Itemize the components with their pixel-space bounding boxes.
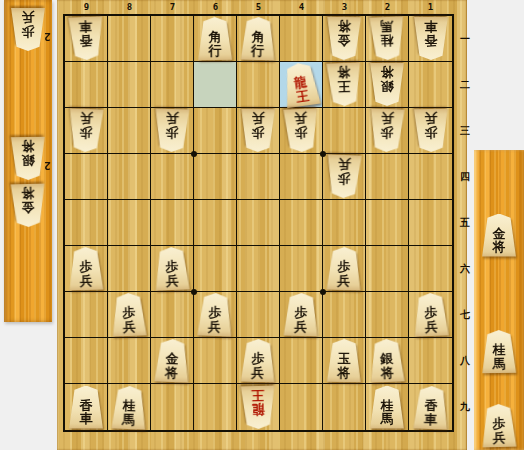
- board-cell-9-2[interactable]: [65, 62, 108, 108]
- piece-s[interactable]: 銀将: [369, 63, 405, 106]
- piece-face: 金将: [481, 214, 517, 257]
- file-label-6: 6: [194, 1, 237, 13]
- piece-kanji: 香: [79, 33, 92, 47]
- board-cell-7-5[interactable]: [151, 200, 194, 246]
- piece-P[interactable]: 歩兵: [282, 293, 319, 337]
- piece-kanji: 銀: [381, 80, 394, 94]
- piece-kanji: 金: [165, 352, 178, 366]
- piece-face: 香車: [412, 385, 450, 429]
- piece-kanji: 将: [381, 66, 394, 80]
- board-cell-3-2[interactable]: 王将: [323, 62, 366, 108]
- piece-P[interactable]: 歩兵: [412, 292, 450, 336]
- piece-kanji: 歩: [79, 125, 92, 139]
- board-cell-1-8[interactable]: [409, 338, 452, 384]
- rank-label-2: 二: [458, 62, 472, 108]
- piece-g[interactable]: 金将: [9, 183, 46, 227]
- board-cell-7-7[interactable]: [151, 292, 194, 338]
- rank-label-7: 七: [458, 292, 472, 338]
- piece-face: 歩兵: [110, 292, 148, 336]
- piece-kanji: 馬: [122, 412, 135, 426]
- board-cell-3-1[interactable]: 金将: [323, 16, 366, 62]
- piece-face: 歩兵: [368, 108, 406, 152]
- board-cell-7-4[interactable]: [151, 154, 194, 200]
- piece-p[interactable]: 歩兵: [368, 108, 406, 152]
- piece-face: 桂馬: [110, 385, 148, 429]
- piece-kanji: 兵: [80, 273, 93, 287]
- board-cell-7-8[interactable]: 金将: [151, 338, 194, 384]
- board-cell-9-3[interactable]: 歩兵: [65, 108, 108, 154]
- piece-face: 歩兵: [10, 8, 46, 51]
- board-cell-9-7[interactable]: [65, 292, 108, 338]
- piece-face: 玉将: [326, 339, 363, 382]
- board-cell-4-2[interactable]: 龍王: [280, 62, 323, 108]
- board-cell-1-3[interactable]: 歩兵: [409, 108, 452, 154]
- file-label-3: 3: [323, 1, 366, 13]
- board-cell-6-9[interactable]: [194, 384, 237, 430]
- piece-kanji: 歩: [337, 260, 350, 274]
- piece-kanji: 歩: [122, 306, 135, 320]
- piece-kanji: 王: [251, 388, 264, 402]
- board-cell-4-4[interactable]: [280, 154, 323, 200]
- hand-piece-P[interactable]: 歩兵: [474, 402, 524, 448]
- piece-kanji: 金: [21, 200, 34, 214]
- board-cell-3-4[interactable]: 歩兵: [323, 154, 366, 200]
- board-cell-6-6[interactable]: [194, 246, 237, 292]
- piece-kanji: 兵: [424, 112, 437, 126]
- board-cell-6-1[interactable]: 角行: [194, 16, 237, 62]
- board-cell-7-3[interactable]: 歩兵: [151, 108, 194, 154]
- board-cell-5-1[interactable]: 角行: [237, 16, 280, 62]
- piece-kanji: 兵: [80, 112, 93, 126]
- piece-B[interactable]: 角行: [197, 17, 234, 60]
- piece-face: 龍王: [239, 385, 276, 429]
- piece-kanji: 歩: [424, 125, 437, 139]
- piece-kanji: 歩: [251, 125, 264, 139]
- piece-p[interactable]: 歩兵: [10, 8, 46, 51]
- piece-kanji: 兵: [166, 112, 179, 126]
- piece-+R[interactable]: 龍王: [280, 61, 322, 109]
- piece-G[interactable]: 金将: [481, 214, 517, 257]
- board-cell-7-9[interactable]: [151, 384, 194, 430]
- piece-face: 歩兵: [67, 108, 105, 152]
- board-cell-8-4[interactable]: [108, 154, 151, 200]
- board-cell-1-6[interactable]: [409, 246, 452, 292]
- board-cell-2-4[interactable]: [366, 154, 409, 200]
- board-cell-2-2[interactable]: 銀将: [366, 62, 409, 108]
- board-cell-9-5[interactable]: [65, 200, 108, 246]
- board-cell-6-5[interactable]: [194, 200, 237, 246]
- board-cell-3-9[interactable]: [323, 384, 366, 430]
- piece-face: 歩兵: [239, 339, 276, 383]
- piece-N[interactable]: 桂馬: [110, 385, 148, 429]
- piece-kanji: 歩: [294, 125, 307, 139]
- board-cell-5-6[interactable]: [237, 246, 280, 292]
- board-cell-4-6[interactable]: [280, 246, 323, 292]
- board-cell-7-6[interactable]: 歩兵: [151, 246, 194, 292]
- piece-face: 銀将: [10, 136, 47, 179]
- piece-kanji: 兵: [381, 112, 394, 126]
- board-cell-6-2[interactable]: [194, 62, 237, 108]
- piece-kanji: 銀: [380, 352, 393, 366]
- board-cell-4-3[interactable]: 歩兵: [280, 108, 323, 154]
- board-cell-4-8[interactable]: [280, 338, 323, 384]
- hoshi-dot: [320, 289, 326, 295]
- rank-label-4: 四: [458, 154, 472, 200]
- board-cell-2-7[interactable]: [366, 292, 409, 338]
- piece-kanji: 桂: [492, 342, 505, 356]
- piece-kanji: 車: [424, 20, 437, 34]
- board-cell-1-9[interactable]: 香車: [409, 384, 452, 430]
- board-cell-3-5[interactable]: [323, 200, 366, 246]
- board-cell-8-6[interactable]: [108, 246, 151, 292]
- hand-piece-s[interactable]: 銀将2: [4, 135, 52, 181]
- board-cell-2-6[interactable]: [366, 246, 409, 292]
- piece-kanji: 桂: [381, 399, 394, 413]
- piece-k[interactable]: 王将: [325, 62, 363, 106]
- board-cell-6-3[interactable]: [194, 108, 237, 154]
- file-label-9: 9: [65, 1, 108, 13]
- shogi-board-panel: 987654321 一二三四五六七八九 香車角行角行金将桂馬香車龍王王将銀将歩兵…: [57, 0, 467, 450]
- piece-K[interactable]: 玉将: [326, 339, 363, 382]
- piece-kanji: 歩: [165, 125, 178, 139]
- rank-label-8: 八: [458, 338, 472, 384]
- piece-face: 金将: [153, 338, 191, 382]
- piece-L[interactable]: 香車: [68, 386, 104, 429]
- piece-face: 銀将: [368, 338, 406, 382]
- board-cell-4-1[interactable]: [280, 16, 323, 62]
- piece-kanji: 将: [337, 66, 350, 80]
- piece-kanji: 将: [338, 20, 351, 34]
- board-cell-9-4[interactable]: [65, 154, 108, 200]
- piece-kanji: 将: [337, 365, 350, 379]
- board-cell-1-4[interactable]: [409, 154, 452, 200]
- piece-kanji: 将: [493, 240, 506, 254]
- piece-kanji: 兵: [424, 319, 437, 333]
- piece-kanji: 玉: [337, 352, 350, 366]
- board-cell-3-7[interactable]: [323, 292, 366, 338]
- rank-label-1: 一: [458, 16, 472, 62]
- piece-face: 香車: [413, 17, 449, 60]
- piece-P[interactable]: 歩兵: [325, 247, 362, 291]
- piece-p[interactable]: 歩兵: [412, 109, 449, 152]
- piece-kanji: 歩: [380, 125, 393, 139]
- piece-face: 歩兵: [153, 246, 191, 290]
- board-cell-9-8[interactable]: [65, 338, 108, 384]
- piece-kanji: 歩: [251, 352, 264, 366]
- board-cell-6-4[interactable]: [194, 154, 237, 200]
- board-cell-9-9[interactable]: 香車: [65, 384, 108, 430]
- hand-piece-g[interactable]: 金将: [4, 182, 52, 228]
- board-cell-7-1[interactable]: [151, 16, 194, 62]
- piece-kanji: 歩: [208, 306, 221, 320]
- piece-face: 歩兵: [325, 154, 363, 198]
- piece-face: 歩兵: [480, 403, 517, 447]
- hoshi-dot: [191, 289, 197, 295]
- piece-B[interactable]: 角行: [239, 17, 276, 61]
- board-cell-8-1[interactable]: [108, 16, 151, 62]
- piece-kanji: 兵: [338, 158, 351, 172]
- board-cell-2-1[interactable]: 桂馬: [366, 16, 409, 62]
- piece-p[interactable]: 歩兵: [325, 154, 363, 198]
- piece-face: 歩兵: [153, 109, 190, 153]
- board-cell-1-1[interactable]: 香車: [409, 16, 452, 62]
- board-cell-3-3[interactable]: [323, 108, 366, 154]
- piece-kanji: 歩: [294, 306, 307, 320]
- piece-face: 歩兵: [412, 109, 449, 152]
- piece-+r[interactable]: 龍王: [239, 385, 276, 429]
- board-cell-5-7[interactable]: [237, 292, 280, 338]
- board-cell-5-4[interactable]: [237, 154, 280, 200]
- shogi-board-grid: 香車角行角行金将桂馬香車龍王王将銀将歩兵歩兵歩兵歩兵歩兵歩兵歩兵歩兵歩兵歩兵歩兵…: [63, 14, 454, 432]
- piece-face: 龍王: [280, 61, 322, 109]
- piece-face: 王将: [325, 62, 363, 106]
- board-cell-6-7[interactable]: 歩兵: [194, 292, 237, 338]
- rank-label-9: 九: [458, 384, 472, 430]
- piece-kanji: 将: [165, 365, 178, 379]
- piece-P[interactable]: 歩兵: [239, 339, 276, 383]
- piece-kanji: 馬: [493, 356, 506, 370]
- file-label-1: 1: [409, 1, 452, 13]
- piece-face: 歩兵: [240, 109, 277, 152]
- rank-label-6: 六: [458, 246, 472, 292]
- gote-captured-stand: 歩兵2銀将2金将: [4, 0, 52, 322]
- piece-kanji: 桂: [122, 398, 135, 412]
- hand-piece-G[interactable]: 金将: [474, 212, 524, 258]
- board-cell-7-2[interactable]: [151, 62, 194, 108]
- board-cell-2-8[interactable]: 銀将: [366, 338, 409, 384]
- piece-kanji: 金: [337, 33, 350, 47]
- piece-face: 歩兵: [196, 292, 234, 336]
- board-cell-6-8[interactable]: [194, 338, 237, 384]
- piece-kanji: 銀: [21, 153, 34, 167]
- file-label-8: 8: [108, 1, 151, 13]
- piece-P[interactable]: 歩兵: [196, 292, 234, 336]
- file-label-5: 5: [237, 1, 280, 13]
- board-cell-5-5[interactable]: [237, 200, 280, 246]
- piece-face: 銀将: [369, 63, 405, 106]
- piece-kanji: 兵: [493, 430, 506, 444]
- piece-kanji: 将: [21, 186, 34, 200]
- board-cell-2-3[interactable]: 歩兵: [366, 108, 409, 154]
- piece-kanji: 角: [208, 30, 221, 44]
- piece-face: 桂馬: [369, 386, 405, 429]
- board-cell-9-1[interactable]: 香車: [65, 16, 108, 62]
- piece-kanji: 兵: [123, 319, 136, 333]
- board-cell-3-8[interactable]: 玉将: [323, 338, 366, 384]
- piece-kanji: 金: [493, 227, 506, 241]
- piece-kanji: 兵: [166, 273, 179, 287]
- board-cell-1-7[interactable]: 歩兵: [409, 292, 452, 338]
- piece-kanji: 角: [251, 30, 264, 44]
- piece-face: 角行: [239, 17, 276, 61]
- piece-l[interactable]: 香車: [67, 16, 105, 60]
- piece-l[interactable]: 香車: [413, 17, 449, 60]
- piece-kanji: 王: [295, 89, 310, 104]
- file-label-4: 4: [280, 1, 323, 13]
- piece-face: 歩兵: [325, 247, 362, 291]
- piece-face: 香車: [67, 16, 105, 60]
- board-cell-3-6[interactable]: 歩兵: [323, 246, 366, 292]
- piece-p[interactable]: 歩兵: [67, 108, 105, 152]
- piece-face: 歩兵: [282, 108, 320, 152]
- board-cell-8-8[interactable]: [108, 338, 151, 384]
- piece-kanji: 兵: [252, 112, 265, 126]
- piece-face: 歩兵: [67, 247, 104, 291]
- file-label-2: 2: [366, 1, 409, 13]
- piece-face: 金将: [9, 183, 46, 227]
- piece-kanji: 行: [251, 43, 264, 57]
- piece-kanji: 歩: [79, 260, 92, 274]
- piece-p[interactable]: 歩兵: [153, 109, 190, 153]
- piece-face: 香車: [68, 386, 104, 429]
- piece-p[interactable]: 歩兵: [240, 109, 277, 152]
- piece-kanji: 龍: [251, 402, 264, 416]
- piece-kanji: 兵: [294, 319, 307, 333]
- piece-kanji: 将: [21, 139, 34, 153]
- piece-kanji: 兵: [294, 112, 307, 126]
- piece-face: 桂馬: [368, 16, 406, 60]
- board-cell-8-9[interactable]: 桂馬: [108, 384, 151, 430]
- piece-kanji: 将: [381, 365, 394, 379]
- piece-kanji: 歩: [165, 260, 178, 274]
- piece-kanji: 香: [424, 34, 437, 48]
- piece-kanji: 歩: [424, 306, 437, 320]
- hand-piece-N[interactable]: 桂馬: [474, 328, 524, 374]
- board-cell-5-2[interactable]: [237, 62, 280, 108]
- piece-G[interactable]: 金将: [153, 338, 191, 382]
- board-cell-1-5[interactable]: [409, 200, 452, 246]
- board-cell-5-3[interactable]: 歩兵: [237, 108, 280, 154]
- file-label-7: 7: [151, 1, 194, 13]
- piece-kanji: 王: [337, 79, 350, 93]
- piece-kanji: 車: [80, 412, 93, 426]
- piece-P[interactable]: 歩兵: [480, 403, 517, 447]
- piece-P[interactable]: 歩兵: [110, 292, 148, 336]
- board-cell-4-5[interactable]: [280, 200, 323, 246]
- piece-kanji: 兵: [22, 11, 35, 25]
- sente-captured-stand: 金将桂馬歩兵: [474, 150, 524, 450]
- piece-kanji: 歩: [492, 416, 505, 430]
- piece-kanji: 馬: [381, 412, 394, 426]
- piece-kanji: 桂: [380, 33, 393, 47]
- board-cell-8-5[interactable]: [108, 200, 151, 246]
- board-cell-4-9[interactable]: [280, 384, 323, 430]
- piece-kanji: 車: [423, 412, 436, 426]
- piece-face: 金将: [326, 17, 363, 60]
- piece-p[interactable]: 歩兵: [282, 108, 320, 152]
- piece-N[interactable]: 桂馬: [481, 329, 518, 372]
- piece-P[interactable]: 歩兵: [153, 246, 191, 290]
- board-cell-8-7[interactable]: 歩兵: [108, 292, 151, 338]
- piece-kanji: 歩: [22, 24, 35, 38]
- board-cell-9-6[interactable]: 歩兵: [65, 246, 108, 292]
- piece-s[interactable]: 銀将: [10, 136, 47, 179]
- piece-face: 歩兵: [412, 292, 450, 336]
- board-cell-4-7[interactable]: 歩兵: [280, 292, 323, 338]
- board-cell-2-5[interactable]: [366, 200, 409, 246]
- piece-kanji: 馬: [380, 20, 393, 34]
- hoshi-dot: [320, 151, 326, 157]
- hoshi-dot: [191, 151, 197, 157]
- piece-kanji: 車: [79, 20, 92, 34]
- rank-label-3: 三: [458, 108, 472, 154]
- piece-L[interactable]: 香車: [412, 385, 450, 429]
- shogi-app: { "game": "shogi", "position": { "sfen":…: [0, 0, 524, 450]
- piece-face: 歩兵: [282, 293, 319, 337]
- piece-kanji: 行: [209, 43, 222, 57]
- board-cell-5-8[interactable]: 歩兵: [237, 338, 280, 384]
- piece-P[interactable]: 歩兵: [67, 247, 104, 291]
- hand-piece-p[interactable]: 歩兵2: [4, 6, 52, 52]
- piece-n[interactable]: 桂馬: [368, 16, 406, 60]
- piece-S[interactable]: 銀将: [368, 338, 406, 382]
- board-cell-2-9[interactable]: 桂馬: [366, 384, 409, 430]
- piece-face: 角行: [197, 17, 234, 60]
- board-cell-1-2[interactable]: [409, 62, 452, 108]
- piece-g[interactable]: 金将: [326, 17, 363, 60]
- piece-kanji: 香: [424, 398, 437, 412]
- rank-label-5: 五: [458, 200, 472, 246]
- piece-kanji: 兵: [337, 273, 350, 287]
- piece-kanji: 歩: [337, 171, 350, 185]
- board-cell-8-3[interactable]: [108, 108, 151, 154]
- piece-face: 桂馬: [481, 329, 518, 372]
- piece-kanji: 香: [80, 399, 93, 413]
- piece-kanji: 兵: [251, 365, 264, 379]
- board-cell-5-9[interactable]: 龍王: [237, 384, 280, 430]
- piece-kanji: 兵: [208, 319, 221, 333]
- board-cell-8-2[interactable]: [108, 62, 151, 108]
- piece-N[interactable]: 桂馬: [369, 386, 405, 429]
